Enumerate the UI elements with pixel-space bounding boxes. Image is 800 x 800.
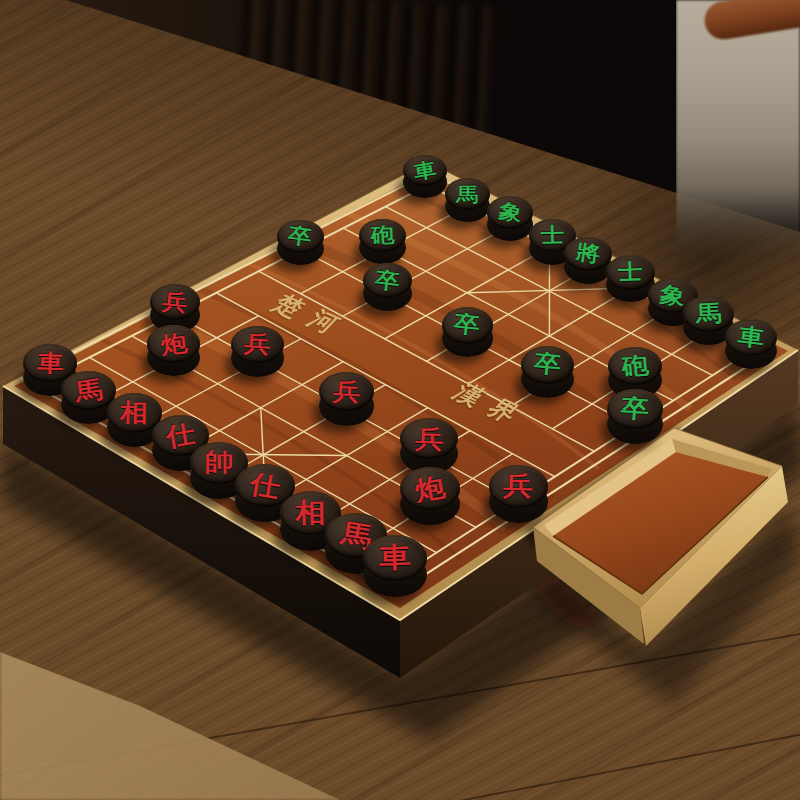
piece-character: 卒 [620, 396, 650, 422]
piece-green-soldier[interactable]: 卒 [363, 263, 412, 311]
piece-character: 兵 [414, 426, 443, 452]
piece-red-soldier[interactable]: 兵 [489, 465, 549, 523]
piece-top: 兵 [400, 418, 457, 459]
piece-top: 兵 [489, 465, 549, 508]
piece-top: 車 [403, 155, 447, 186]
piece-green-elephant[interactable]: 象 [487, 196, 533, 241]
piece-character: 兵 [332, 379, 361, 405]
piece-top: 將 [564, 237, 612, 271]
piece-character: 士 [618, 261, 643, 283]
piece-green-soldier[interactable]: 卒 [607, 389, 663, 444]
piece-top: 兵 [319, 372, 374, 411]
piece-green-soldier[interactable]: 卒 [277, 220, 324, 266]
piece-red-soldier[interactable]: 兵 [231, 326, 284, 378]
piece-character: 兵 [243, 332, 271, 357]
piece-top: 炮 [400, 467, 460, 510]
piece-character: 將 [575, 242, 602, 267]
piece-character: 相 [295, 499, 326, 526]
piece-green-soldier[interactable]: 卒 [521, 346, 575, 399]
piece-top: 象 [487, 196, 533, 229]
piece-character: 帥 [204, 450, 233, 476]
piece-top: 卒 [607, 389, 663, 429]
piece-character: 炮 [413, 473, 447, 504]
piece-green-cannon[interactable]: 砲 [359, 219, 406, 265]
piece-character: 卒 [533, 352, 562, 378]
piece-top: 砲 [359, 219, 406, 253]
piece-green-soldier[interactable]: 卒 [442, 307, 493, 357]
piece-character: 卒 [453, 313, 481, 338]
piece-top: 馬 [445, 178, 490, 210]
piece-character: 卒 [374, 269, 401, 293]
piece-character: 兵 [162, 290, 189, 314]
piece-green-general[interactable]: 將 [564, 237, 612, 284]
piece-character: 車 [412, 159, 437, 182]
piece-green-horse[interactable]: 馬 [445, 178, 490, 222]
piece-top: 卒 [277, 220, 324, 254]
pieces-layer: 車馬象士將士象馬車砲砲卒卒卒卒卒兵兵兵兵兵炮炮車馬相仕帥仕相馬車 [0, 0, 800, 800]
piece-green-chariot[interactable]: 車 [403, 155, 447, 198]
piece-character: 兵 [503, 473, 533, 500]
scene: 楚河 漢界 車馬象士將士象馬車砲砲卒卒卒卒卒兵兵兵兵兵炮炮車馬相仕帥仕相馬車 [0, 0, 800, 800]
piece-character: 砲 [370, 225, 394, 246]
piece-top: 兵 [231, 326, 284, 364]
piece-character: 仕 [248, 470, 282, 501]
piece-red-cannon[interactable]: 炮 [147, 325, 200, 376]
piece-red-soldier[interactable]: 兵 [400, 418, 457, 474]
piece-top: 車 [363, 535, 426, 580]
piece-top: 砲 [608, 347, 662, 385]
piece-top: 卒 [442, 307, 493, 344]
piece-top: 車 [725, 319, 777, 356]
piece-character: 馬 [456, 184, 478, 204]
piece-character: 車 [379, 544, 412, 573]
piece-character: 炮 [159, 331, 188, 357]
piece-character: 士 [541, 225, 565, 246]
piece-top: 卒 [521, 346, 575, 384]
piece-character: 車 [36, 351, 63, 375]
piece-top: 兵 [150, 284, 200, 320]
piece-character: 相 [120, 400, 148, 425]
piece-character: 卒 [287, 225, 313, 249]
piece-character: 馬 [695, 302, 722, 326]
piece-red-chariot[interactable]: 車 [363, 535, 426, 597]
piece-top: 炮 [147, 325, 200, 363]
piece-green-chariot[interactable]: 車 [725, 319, 777, 370]
piece-red-soldier[interactable]: 兵 [319, 372, 374, 426]
piece-red-cannon[interactable]: 炮 [400, 467, 460, 526]
piece-character: 象 [497, 200, 523, 224]
piece-character: 馬 [73, 376, 104, 404]
piece-character: 砲 [621, 353, 650, 379]
piece-character: 車 [737, 324, 766, 350]
